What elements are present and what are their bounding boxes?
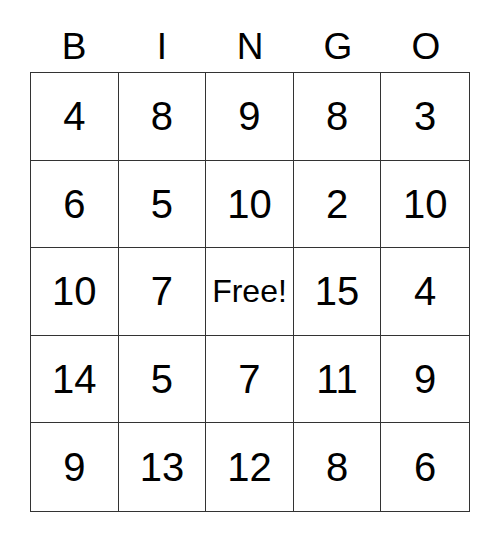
bingo-cell-g5[interactable]: 8: [294, 423, 382, 511]
header-letter-i: I: [118, 18, 206, 74]
header-letter-g: G: [294, 18, 382, 74]
header-letter-b: B: [30, 18, 118, 74]
bingo-cell-o3[interactable]: 4: [381, 248, 469, 336]
bingo-cell-g1[interactable]: 8: [294, 73, 382, 161]
bingo-cell-o5[interactable]: 6: [381, 423, 469, 511]
bingo-cell-b5[interactable]: 9: [31, 423, 119, 511]
bingo-cell-b4[interactable]: 14: [31, 336, 119, 424]
bingo-cell-i2[interactable]: 5: [119, 161, 207, 249]
bingo-cell-n5[interactable]: 12: [206, 423, 294, 511]
bingo-cell-n2[interactable]: 10: [206, 161, 294, 249]
bingo-cell-g4[interactable]: 11: [294, 336, 382, 424]
bingo-cell-i5[interactable]: 13: [119, 423, 207, 511]
bingo-cell-b1[interactable]: 4: [31, 73, 119, 161]
bingo-cell-b3[interactable]: 10: [31, 248, 119, 336]
bingo-cell-n4[interactable]: 7: [206, 336, 294, 424]
header-letter-n: N: [206, 18, 294, 74]
bingo-cell-i1[interactable]: 8: [119, 73, 207, 161]
bingo-card: BINGO 489836510210107Free!15414571199131…: [0, 0, 500, 544]
bingo-cell-o2[interactable]: 10: [381, 161, 469, 249]
bingo-cell-o4[interactable]: 9: [381, 336, 469, 424]
bingo-cell-i3[interactable]: 7: [119, 248, 207, 336]
bingo-cell-g3[interactable]: 15: [294, 248, 382, 336]
header-letter-o: O: [382, 18, 470, 74]
bingo-cell-g2[interactable]: 2: [294, 161, 382, 249]
bingo-cell-i4[interactable]: 5: [119, 336, 207, 424]
free-cell[interactable]: Free!: [206, 248, 294, 336]
bingo-cell-n1[interactable]: 9: [206, 73, 294, 161]
bingo-board: 489836510210107Free!15414571199131286: [30, 72, 470, 512]
bingo-cell-o1[interactable]: 3: [381, 73, 469, 161]
bingo-cell-b2[interactable]: 6: [31, 161, 119, 249]
bingo-header-row: BINGO: [30, 18, 470, 74]
